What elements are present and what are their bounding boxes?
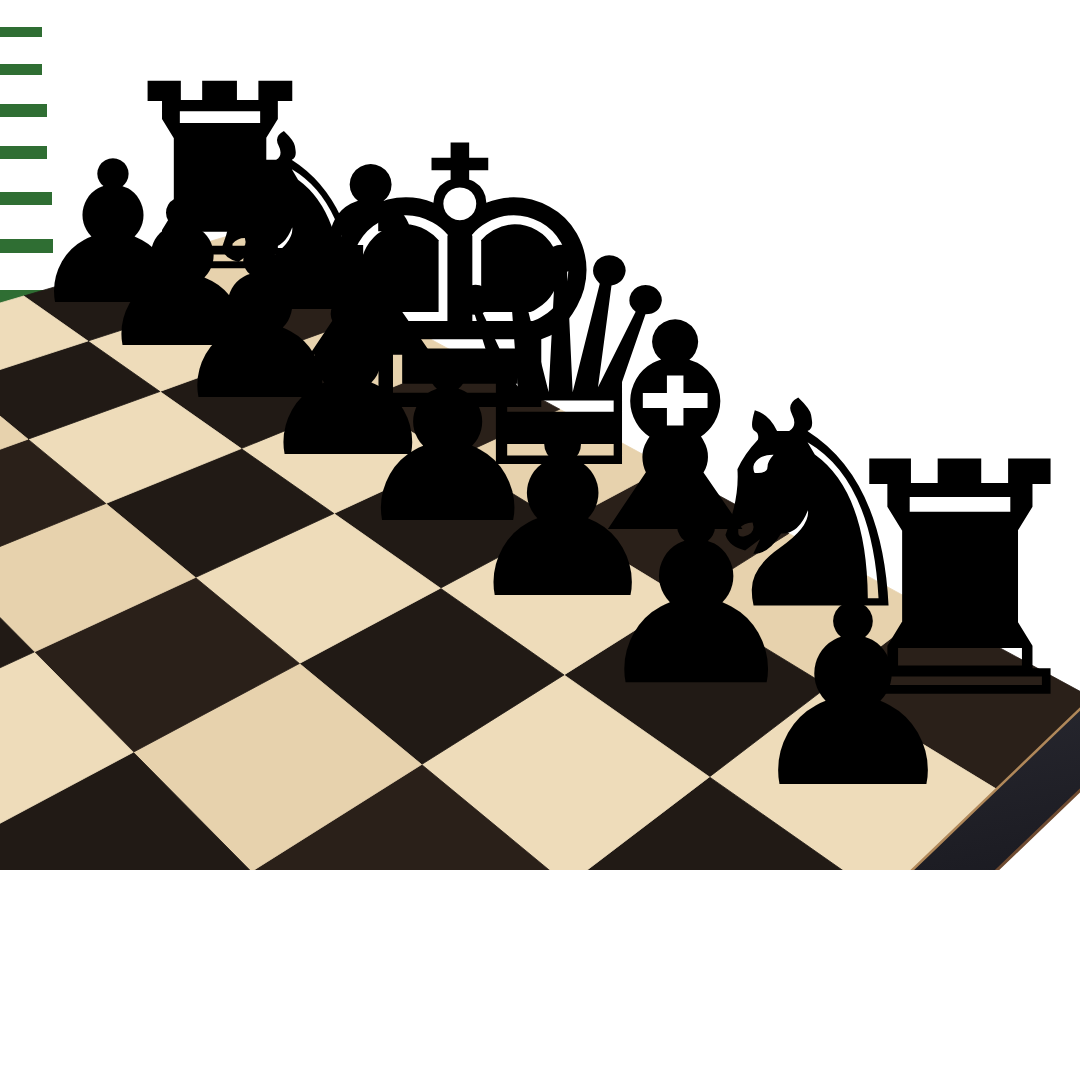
piece-white-pawn-a2: ♟: [741, 573, 965, 823]
photo-area: ♜♟♞♟♝♟♚♟♛♟♝♟♞♟♜♟: [0, 0, 1080, 870]
chess-set-product-photo[interactable]: ♜♟♞♟♝♟♚♟♛♟♝♟♞♟♜♟: [0, 0, 1080, 1080]
